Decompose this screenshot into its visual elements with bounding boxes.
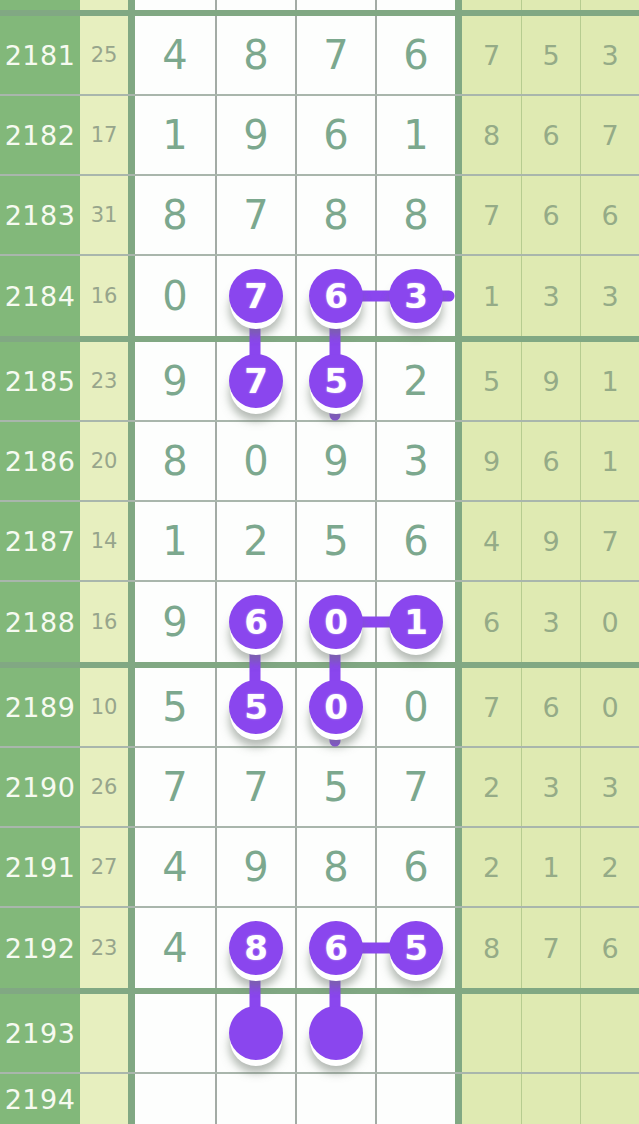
sum-cell: 26 bbox=[80, 748, 128, 826]
stat-cell: 0 bbox=[580, 582, 639, 662]
digit-cell: 4 bbox=[135, 828, 215, 906]
digit-cell bbox=[295, 994, 375, 1072]
sum-cell: 17 bbox=[80, 96, 128, 174]
column-band bbox=[128, 16, 135, 94]
column-band bbox=[128, 502, 135, 580]
stat-cell: 0 bbox=[580, 668, 639, 746]
digit-cell: 0 bbox=[135, 256, 215, 336]
table-row: 2189105500760 bbox=[0, 668, 639, 748]
digit-cell: 8 bbox=[295, 176, 375, 254]
column-band bbox=[128, 668, 135, 746]
table-row: 2191274986212 bbox=[0, 828, 639, 908]
stat-cell bbox=[462, 994, 521, 1072]
digit-cell: 8 bbox=[375, 176, 455, 254]
column-band bbox=[455, 1074, 462, 1124]
stat-cell bbox=[462, 1074, 521, 1124]
stat-cell: 3 bbox=[580, 256, 639, 336]
column-band bbox=[455, 582, 462, 662]
column-band bbox=[455, 422, 462, 500]
marked-number-circle[interactable]: 5 bbox=[389, 921, 443, 975]
column-band bbox=[128, 828, 135, 906]
stat-cell: 7 bbox=[462, 16, 521, 94]
digit-cell: 5 bbox=[295, 748, 375, 826]
sum-cell: 23 bbox=[80, 908, 128, 988]
column-band bbox=[128, 342, 135, 420]
column-band bbox=[128, 748, 135, 826]
period-cell: 2186 bbox=[0, 422, 80, 500]
digit-cell: 7 bbox=[295, 16, 375, 94]
digit-cell: 0 bbox=[375, 668, 455, 746]
period-cell: 2181 bbox=[0, 16, 80, 94]
stat-cell: 2 bbox=[462, 828, 521, 906]
stat-cell bbox=[580, 994, 639, 1072]
period-cell: 2189 bbox=[0, 668, 80, 746]
table-row: 2181254876753 bbox=[0, 16, 639, 96]
digit-cell bbox=[295, 0, 375, 10]
column-band bbox=[128, 994, 135, 1072]
digit-cell: 7 bbox=[215, 176, 295, 254]
stat-cell bbox=[580, 1074, 639, 1124]
column-band bbox=[455, 0, 462, 10]
stat-cell: 7 bbox=[462, 176, 521, 254]
stat-cell: 6 bbox=[521, 176, 580, 254]
marked-number-circle[interactable]: 7 bbox=[229, 354, 283, 408]
sum-cell: 10 bbox=[80, 668, 128, 746]
digit-cell: 9 bbox=[295, 422, 375, 500]
digit-cell: 8 bbox=[135, 176, 215, 254]
marked-number-circle[interactable] bbox=[229, 1006, 283, 1060]
table-row: 2182171961867 bbox=[0, 96, 639, 176]
stat-cell: 5 bbox=[462, 342, 521, 420]
column-band bbox=[128, 256, 135, 336]
stat-cell: 1 bbox=[580, 342, 639, 420]
digit-cell: 6 bbox=[375, 828, 455, 906]
sum-cell: 16 bbox=[80, 256, 128, 336]
digit-cell: 5 bbox=[215, 668, 295, 746]
stat-cell: 1 bbox=[521, 828, 580, 906]
stat-cell bbox=[462, 0, 521, 10]
digit-cell: 5 bbox=[375, 908, 455, 988]
period-cell: 2184 bbox=[0, 256, 80, 336]
stat-cell bbox=[521, 994, 580, 1072]
marked-number-circle[interactable]: 8 bbox=[229, 921, 283, 975]
column-band bbox=[128, 422, 135, 500]
column-band bbox=[128, 176, 135, 254]
digit-cell: 1 bbox=[135, 96, 215, 174]
digit-cell bbox=[215, 1074, 295, 1124]
digit-cell: 2 bbox=[375, 342, 455, 420]
stat-cell: 4 bbox=[462, 502, 521, 580]
digit-cell: 5 bbox=[135, 668, 215, 746]
period-cell: 2182 bbox=[0, 96, 80, 174]
period-cell: 2191 bbox=[0, 828, 80, 906]
stat-cell: 1 bbox=[462, 256, 521, 336]
period-cell: 2192 bbox=[0, 908, 80, 988]
sum-cell: 23 bbox=[80, 342, 128, 420]
digit-cell: 2 bbox=[215, 502, 295, 580]
digit-cell: 8 bbox=[215, 16, 295, 94]
sum-cell bbox=[80, 1074, 128, 1124]
digit-cell: 3 bbox=[375, 422, 455, 500]
table-row: 2188169601630 bbox=[0, 582, 639, 662]
marked-number-circle[interactable]: 0 bbox=[309, 595, 363, 649]
table-row: 2185239752591 bbox=[0, 342, 639, 422]
digit-cell: 9 bbox=[135, 342, 215, 420]
digit-cell bbox=[135, 994, 215, 1072]
digit-cell: 5 bbox=[295, 502, 375, 580]
marked-number-circle[interactable]: 5 bbox=[229, 680, 283, 734]
stat-cell: 6 bbox=[580, 908, 639, 988]
stat-cell: 8 bbox=[462, 908, 521, 988]
digit-cell: 0 bbox=[295, 668, 375, 746]
stat-cell: 3 bbox=[580, 16, 639, 94]
marked-number-circle[interactable] bbox=[309, 1006, 363, 1060]
sum-cell: 20 bbox=[80, 422, 128, 500]
period-cell: 2194 bbox=[0, 1074, 80, 1124]
digit-cell bbox=[375, 1074, 455, 1124]
sum-cell: 14 bbox=[80, 502, 128, 580]
table-row: 2183318788766 bbox=[0, 176, 639, 256]
period-cell: 2193 bbox=[0, 994, 80, 1072]
digit-cell bbox=[215, 0, 295, 10]
digit-cell: 7 bbox=[215, 256, 295, 336]
digit-cell: 1 bbox=[375, 582, 455, 662]
stat-cell: 2 bbox=[580, 828, 639, 906]
column-band bbox=[128, 582, 135, 662]
marked-number-circle[interactable]: 1 bbox=[389, 595, 443, 649]
digit-cell: 6 bbox=[215, 582, 295, 662]
stat-cell: 3 bbox=[521, 582, 580, 662]
digit-cell: 7 bbox=[215, 748, 295, 826]
digit-cell: 7 bbox=[375, 748, 455, 826]
column-band bbox=[455, 828, 462, 906]
marked-number-circle[interactable]: 6 bbox=[229, 595, 283, 649]
column-band bbox=[455, 96, 462, 174]
digit-cell: 5 bbox=[295, 342, 375, 420]
stat-cell: 7 bbox=[580, 96, 639, 174]
digit-cell: 4 bbox=[135, 908, 215, 988]
digit-cell: 9 bbox=[135, 582, 215, 662]
table-row: 2190267757233 bbox=[0, 748, 639, 828]
marked-number-circle[interactable]: 6 bbox=[309, 921, 363, 975]
marked-number-circle[interactable]: 0 bbox=[309, 680, 363, 734]
period-cell: 2190 bbox=[0, 748, 80, 826]
column-band bbox=[455, 994, 462, 1072]
digit-cell: 0 bbox=[295, 582, 375, 662]
digit-cell: 8 bbox=[295, 828, 375, 906]
sum-cell bbox=[80, 994, 128, 1072]
stat-cell: 5 bbox=[521, 16, 580, 94]
sum-cell: 27 bbox=[80, 828, 128, 906]
marked-number-circle[interactable]: 3 bbox=[389, 269, 443, 323]
column-band bbox=[128, 1074, 135, 1124]
stat-cell: 7 bbox=[580, 502, 639, 580]
digit-cell: 9 bbox=[215, 96, 295, 174]
table-row: 2193 bbox=[0, 994, 639, 1074]
stat-cell: 6 bbox=[521, 422, 580, 500]
stat-cell: 6 bbox=[462, 582, 521, 662]
stat-cell bbox=[521, 1074, 580, 1124]
sum-cell: 16 bbox=[80, 582, 128, 662]
column-band bbox=[455, 668, 462, 746]
lottery-trend-chart: 2181254876753218217196186721833187887662… bbox=[0, 0, 639, 1124]
stat-cell: 3 bbox=[521, 256, 580, 336]
digit-cell bbox=[375, 0, 455, 10]
digit-cell: 1 bbox=[135, 502, 215, 580]
stat-cell: 9 bbox=[462, 422, 521, 500]
stat-cell: 6 bbox=[521, 668, 580, 746]
period-cell: 2185 bbox=[0, 342, 80, 420]
column-band bbox=[455, 16, 462, 94]
digit-cell: 6 bbox=[375, 502, 455, 580]
stat-cell: 3 bbox=[580, 748, 639, 826]
column-band bbox=[128, 96, 135, 174]
period-cell: 2188 bbox=[0, 582, 80, 662]
digit-cell: 3 bbox=[375, 256, 455, 336]
table-row-partial bbox=[0, 0, 639, 10]
stat-cell: 9 bbox=[521, 342, 580, 420]
digit-cell: 1 bbox=[375, 96, 455, 174]
stat-cell: 8 bbox=[462, 96, 521, 174]
table-row: 2194 bbox=[0, 1074, 639, 1124]
digit-cell: 7 bbox=[215, 342, 295, 420]
stat-cell bbox=[580, 0, 639, 10]
stat-cell: 2 bbox=[462, 748, 521, 826]
marked-number-circle[interactable]: 7 bbox=[229, 269, 283, 323]
digit-cell: 4 bbox=[135, 16, 215, 94]
sum-cell: 25 bbox=[80, 16, 128, 94]
table-row: 2184160763133 bbox=[0, 256, 639, 336]
stat-cell: 6 bbox=[521, 96, 580, 174]
column-band bbox=[455, 256, 462, 336]
column-band bbox=[455, 176, 462, 254]
column-band bbox=[455, 342, 462, 420]
digit-cell: 8 bbox=[215, 908, 295, 988]
table-row: 2187141256497 bbox=[0, 502, 639, 582]
sum-cell bbox=[80, 0, 128, 10]
digit-cell bbox=[135, 0, 215, 10]
period-cell bbox=[0, 0, 80, 10]
column-band bbox=[455, 908, 462, 988]
column-band bbox=[128, 0, 135, 10]
digit-cell: 6 bbox=[375, 16, 455, 94]
digit-cell: 6 bbox=[295, 908, 375, 988]
digit-cell bbox=[135, 1074, 215, 1124]
stat-cell: 7 bbox=[521, 908, 580, 988]
period-cell: 2183 bbox=[0, 176, 80, 254]
marked-number-circle[interactable]: 6 bbox=[309, 269, 363, 323]
stat-cell: 1 bbox=[580, 422, 639, 500]
column-band bbox=[128, 908, 135, 988]
stat-cell: 7 bbox=[462, 668, 521, 746]
digit-cell: 6 bbox=[295, 96, 375, 174]
table-row: 2186208093961 bbox=[0, 422, 639, 502]
digit-cell bbox=[215, 994, 295, 1072]
period-cell: 2187 bbox=[0, 502, 80, 580]
digit-cell: 0 bbox=[215, 422, 295, 500]
stat-cell: 9 bbox=[521, 502, 580, 580]
stat-cell: 3 bbox=[521, 748, 580, 826]
table-row: 2192234865876 bbox=[0, 908, 639, 988]
column-band bbox=[455, 502, 462, 580]
sum-cell: 31 bbox=[80, 176, 128, 254]
digit-cell: 6 bbox=[295, 256, 375, 336]
marked-number-circle[interactable]: 5 bbox=[309, 354, 363, 408]
stat-cell: 6 bbox=[580, 176, 639, 254]
stat-cell bbox=[521, 0, 580, 10]
digit-cell bbox=[295, 1074, 375, 1124]
digit-cell: 7 bbox=[135, 748, 215, 826]
column-band bbox=[455, 748, 462, 826]
digit-cell: 9 bbox=[215, 828, 295, 906]
digit-cell: 8 bbox=[135, 422, 215, 500]
digit-cell bbox=[375, 994, 455, 1072]
